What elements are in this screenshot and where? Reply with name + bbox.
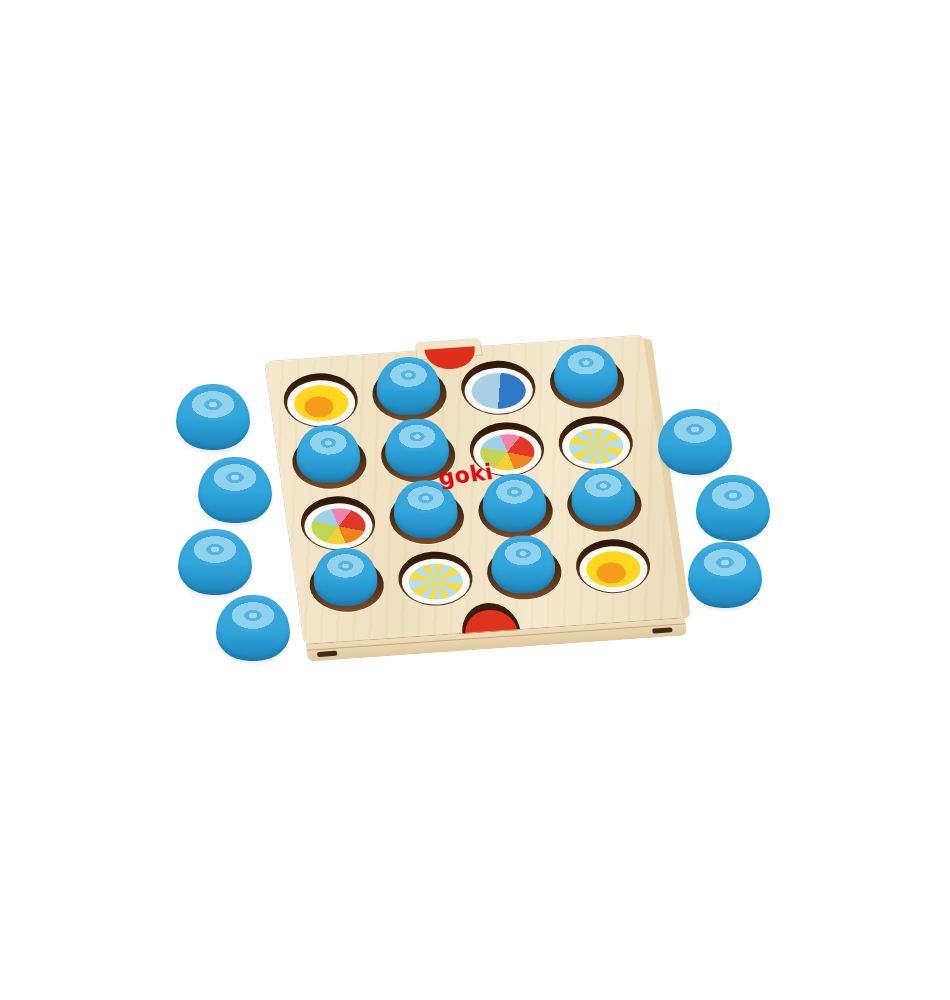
cell-r3c4 bbox=[555, 471, 652, 539]
memory-peg[interactable] bbox=[553, 345, 617, 403]
cell-r4c4 bbox=[564, 532, 661, 600]
memory-board: goki bbox=[265, 335, 684, 644]
free-peg-left-3[interactable] bbox=[178, 529, 252, 595]
cell-r3c2 bbox=[378, 483, 475, 551]
cell-r1c4 bbox=[538, 348, 635, 416]
cell-r1c3 bbox=[449, 354, 546, 422]
tile-pattern-color-wheel bbox=[309, 507, 368, 547]
tile-pattern-half-moon bbox=[469, 371, 528, 411]
product-photo: goki bbox=[0, 0, 950, 1000]
free-peg-left-1[interactable] bbox=[176, 384, 250, 450]
memory-peg[interactable] bbox=[571, 468, 635, 526]
cell-r2c4 bbox=[547, 409, 644, 477]
lid-slot-right bbox=[652, 627, 673, 633]
memory-peg[interactable] bbox=[313, 548, 377, 606]
free-peg-left-4[interactable] bbox=[216, 595, 290, 661]
memory-peg[interactable] bbox=[296, 425, 360, 483]
cell-r4c3 bbox=[475, 539, 572, 607]
free-peg-right-2[interactable] bbox=[696, 475, 770, 541]
memory-peg[interactable] bbox=[491, 536, 555, 594]
recess-hole bbox=[457, 358, 538, 417]
lid-slot-left bbox=[317, 651, 338, 657]
picture-tile-sun[interactable] bbox=[284, 378, 358, 428]
tile-pattern-pinwheel bbox=[566, 426, 625, 466]
recess-hole bbox=[555, 414, 636, 473]
memory-peg[interactable] bbox=[376, 357, 440, 415]
picture-tile-half-moon[interactable] bbox=[461, 366, 535, 416]
cell-r3c3 bbox=[466, 477, 563, 545]
recess-hole bbox=[280, 371, 361, 430]
board-grid bbox=[265, 335, 684, 644]
cell-r3c1 bbox=[289, 489, 386, 557]
cell-r1c1 bbox=[272, 366, 369, 434]
picture-tile-sun[interactable] bbox=[576, 544, 650, 594]
free-peg-left-2[interactable] bbox=[198, 457, 272, 523]
picture-tile-pinwheel[interactable] bbox=[559, 421, 633, 471]
picture-tile-color-wheel[interactable] bbox=[301, 501, 375, 551]
recess-hole bbox=[394, 549, 475, 608]
cell-r4c1 bbox=[297, 551, 394, 619]
tile-pattern-pinwheel bbox=[406, 562, 465, 602]
cell-r4c2 bbox=[386, 545, 483, 613]
picture-tile-pinwheel[interactable] bbox=[398, 556, 472, 606]
recess-hole bbox=[297, 494, 378, 553]
free-peg-right-3[interactable] bbox=[688, 542, 762, 608]
tile-pattern-sun bbox=[584, 549, 643, 589]
recess-hole bbox=[572, 537, 653, 596]
cell-r2c1 bbox=[280, 428, 377, 496]
tile-pattern-sun bbox=[291, 383, 350, 423]
free-peg-right-1[interactable] bbox=[658, 409, 732, 475]
cell-r1c2 bbox=[360, 360, 457, 428]
